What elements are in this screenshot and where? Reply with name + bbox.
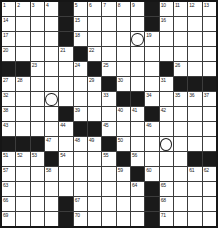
cell-r11c0[interactable]: 57: [2, 167, 15, 181]
clue-number-6: 6: [89, 2, 91, 8]
clue-number-70: 70: [75, 212, 80, 218]
cell-r3c7[interactable]: [102, 47, 115, 61]
cell-r14c2[interactable]: [31, 212, 44, 226]
cell-r3c11[interactable]: [160, 47, 173, 61]
black-cell-r9c1: [16, 137, 29, 151]
black-cell-r5c7: [102, 77, 115, 91]
cell-r11c14[interactable]: 62: [203, 167, 216, 181]
cell-r2c9[interactable]: [131, 32, 144, 46]
cell-r10c4[interactable]: 54: [59, 152, 72, 166]
cell-r6c6[interactable]: [88, 92, 101, 106]
cell-r0c1[interactable]: 2: [16, 2, 29, 16]
black-cell-r5c13: [188, 77, 201, 91]
cell-r3c6[interactable]: 22: [88, 47, 101, 61]
clue-number-69: 69: [3, 212, 8, 218]
clue-number-4: 4: [46, 2, 48, 8]
cell-r11c3[interactable]: 58: [45, 167, 58, 181]
cell-r0c8[interactable]: 8: [117, 2, 130, 16]
cell-r9c12[interactable]: [174, 137, 187, 151]
black-cell-r0c4: [59, 2, 72, 16]
clue-number-61: 61: [189, 167, 194, 173]
cell-r2c5[interactable]: 18: [74, 32, 87, 46]
clue-number-59: 59: [118, 167, 123, 173]
cell-r9c10[interactable]: [145, 137, 158, 151]
cell-r8c3[interactable]: [45, 122, 58, 136]
cell-r9c13[interactable]: [188, 137, 201, 151]
clue-number-56: 56: [132, 152, 137, 158]
clue-number-38: 38: [3, 107, 8, 113]
black-cell-r10c13: [188, 152, 201, 166]
cell-r14c8[interactable]: [117, 212, 130, 226]
cell-r7c13[interactable]: [188, 107, 201, 121]
cell-r6c7[interactable]: 33: [102, 92, 115, 106]
cell-r1c0[interactable]: 14: [2, 17, 15, 31]
clue-number-66: 66: [3, 197, 8, 203]
cell-r10c5[interactable]: [74, 152, 87, 166]
cell-r3c9[interactable]: [131, 47, 144, 61]
cell-r9c8[interactable]: 50: [117, 137, 130, 151]
cell-r7c12[interactable]: [174, 107, 187, 121]
cell-r7c3[interactable]: [45, 107, 58, 121]
clue-number-3: 3: [32, 2, 34, 8]
cell-r7c9[interactable]: 41: [131, 107, 144, 121]
cell-r1c2[interactable]: [31, 17, 44, 31]
clue-number-43: 43: [3, 122, 8, 128]
cell-r8c4[interactable]: 44: [59, 122, 72, 136]
cell-r14c0[interactable]: 69: [2, 212, 15, 226]
cell-r11c12[interactable]: [174, 167, 187, 181]
clue-number-1: 1: [3, 2, 5, 8]
cell-r3c13[interactable]: [188, 47, 201, 61]
cell-r14c11[interactable]: 71: [160, 212, 173, 226]
clue-number-30: 30: [118, 77, 123, 83]
cell-r11c13[interactable]: 61: [188, 167, 201, 181]
cell-r14c12[interactable]: [174, 212, 187, 226]
black-cell-r7c4: [59, 107, 72, 121]
cell-r13c11[interactable]: 68: [160, 197, 173, 211]
cell-r0c13[interactable]: 12: [188, 2, 201, 16]
clue-number-12: 12: [189, 2, 194, 8]
cell-r11c1[interactable]: [16, 167, 29, 181]
black-cell-r5c14: [203, 77, 216, 91]
clue-number-60: 60: [146, 167, 151, 173]
cell-r5c2[interactable]: [31, 77, 44, 91]
cell-r12c2[interactable]: [31, 182, 44, 196]
black-cell-r12c10: [145, 182, 158, 196]
clue-number-14: 14: [3, 17, 8, 23]
cell-r0c2[interactable]: 3: [31, 2, 44, 16]
cell-r7c0[interactable]: 38: [2, 107, 15, 121]
cell-r11c10[interactable]: 60: [145, 167, 158, 181]
clue-number-58: 58: [46, 167, 51, 173]
clue-number-16: 16: [161, 17, 166, 23]
cell-r2c13[interactable]: [188, 32, 201, 46]
cell-r10c2[interactable]: 53: [31, 152, 44, 166]
cell-r4c14[interactable]: [203, 62, 216, 76]
cell-r13c5[interactable]: 67: [74, 197, 87, 211]
cell-r14c1[interactable]: [16, 212, 29, 226]
cell-r7c6[interactable]: [88, 107, 101, 121]
clue-number-47: 47: [46, 137, 51, 143]
cell-r10c10[interactable]: [145, 152, 158, 166]
cell-r10c6[interactable]: [88, 152, 101, 166]
black-cell-r7c10: [145, 107, 158, 121]
cell-r0c7[interactable]: 7: [102, 2, 115, 16]
cell-r8c13[interactable]: [188, 122, 201, 136]
clue-number-18: 18: [75, 32, 80, 38]
cell-r2c7[interactable]: [102, 32, 115, 46]
clue-number-71: 71: [161, 212, 166, 218]
black-cell-r4c11: [160, 62, 173, 76]
cell-r3c3[interactable]: [45, 47, 58, 61]
cell-r6c2[interactable]: [31, 92, 44, 106]
clue-number-23: 23: [32, 62, 37, 68]
cell-r3c1[interactable]: [16, 47, 29, 61]
clue-number-68: 68: [161, 197, 166, 203]
black-cell-r4c1: [16, 62, 29, 76]
black-cell-r4c6: [88, 62, 101, 76]
clue-number-65: 65: [161, 182, 166, 188]
cell-r5c11[interactable]: 31: [160, 77, 173, 91]
clue-number-28: 28: [17, 77, 22, 83]
clue-number-55: 55: [103, 152, 108, 158]
cell-r3c10[interactable]: [145, 47, 158, 61]
cell-r13c13[interactable]: [188, 197, 201, 211]
clue-number-29: 29: [89, 77, 94, 83]
cell-r8c11[interactable]: [160, 122, 173, 136]
cell-r14c5[interactable]: 70: [74, 212, 87, 226]
cell-r0c14[interactable]: 13: [203, 2, 216, 16]
cell-r1c12[interactable]: [174, 17, 187, 31]
cell-r12c4[interactable]: [59, 182, 72, 196]
cell-r0c3[interactable]: 4: [45, 2, 58, 16]
cell-r2c12[interactable]: [174, 32, 187, 46]
cell-r1c9[interactable]: [131, 17, 144, 31]
black-cell-r9c0: [2, 137, 15, 151]
clue-number-50: 50: [118, 137, 123, 143]
clue-number-44: 44: [60, 122, 65, 128]
cell-r12c0[interactable]: 63: [2, 182, 15, 196]
cell-r12c7[interactable]: [102, 182, 115, 196]
cell-r4c10[interactable]: [145, 62, 158, 76]
cell-r11c6[interactable]: [88, 167, 101, 181]
cell-r13c7[interactable]: [102, 197, 115, 211]
cell-r7c11[interactable]: 42: [160, 107, 173, 121]
cell-r2c14[interactable]: [203, 32, 216, 46]
cell-r7c8[interactable]: 40: [117, 107, 130, 121]
cell-r12c6[interactable]: [88, 182, 101, 196]
cell-r8c1[interactable]: [16, 122, 29, 136]
cell-r2c3[interactable]: [45, 32, 58, 46]
black-cell-r10c3: [45, 152, 58, 166]
black-cell-r9c2: [31, 137, 44, 151]
cell-r5c3[interactable]: [45, 77, 58, 91]
cell-r3c2[interactable]: [31, 47, 44, 61]
cell-r8c7[interactable]: 45: [102, 122, 115, 136]
cell-r0c5[interactable]: 5: [74, 2, 87, 16]
cell-r7c2[interactable]: [31, 107, 44, 121]
cell-r5c0[interactable]: 27: [2, 77, 15, 91]
crossword-grid: 1234567891011121314151617181920212223242…: [0, 0, 218, 228]
cell-r9c9[interactable]: [131, 137, 144, 151]
cell-r7c7[interactable]: [102, 107, 115, 121]
cell-r4c7[interactable]: 25: [102, 62, 115, 76]
cell-r6c12[interactable]: 35: [174, 92, 187, 106]
cell-r3c14[interactable]: [203, 47, 216, 61]
clue-number-41: 41: [132, 107, 137, 113]
cell-r1c1[interactable]: [16, 17, 29, 31]
cell-r1c7[interactable]: [102, 17, 115, 31]
cell-r0c12[interactable]: 11: [174, 2, 187, 16]
clue-number-42: 42: [161, 107, 166, 113]
cell-r14c6[interactable]: [88, 212, 101, 226]
cell-r13c2[interactable]: [31, 197, 44, 211]
clue-number-26: 26: [175, 62, 180, 68]
cell-r11c2[interactable]: [31, 167, 44, 181]
cell-r4c13[interactable]: [188, 62, 201, 76]
clue-number-35: 35: [175, 92, 180, 98]
cell-r13c1[interactable]: [16, 197, 29, 211]
clue-number-7: 7: [103, 2, 105, 8]
cell-r12c13[interactable]: [188, 182, 201, 196]
black-cell-r11c9: [131, 167, 144, 181]
black-cell-r14c4: [59, 212, 72, 226]
cell-r5c4[interactable]: [59, 77, 72, 91]
cell-r8c12[interactable]: [174, 122, 187, 136]
cell-r9c14[interactable]: [203, 137, 216, 151]
black-cell-r14c10: [145, 212, 158, 226]
clue-number-64: 64: [132, 182, 137, 188]
cell-r1c5[interactable]: 15: [74, 17, 87, 31]
cell-r5c8[interactable]: 30: [117, 77, 130, 91]
cell-r1c11[interactable]: 16: [160, 17, 173, 31]
crossword-board: 1234567891011121314151617181920212223242…: [0, 0, 218, 228]
clue-number-2: 2: [17, 2, 19, 8]
cell-r14c9[interactable]: [131, 212, 144, 226]
cell-r8c8[interactable]: [117, 122, 130, 136]
clue-number-52: 52: [17, 152, 22, 158]
cell-r7c14[interactable]: [203, 107, 216, 121]
black-cell-r13c4: [59, 197, 72, 211]
clue-number-20: 20: [3, 47, 8, 53]
cell-r12c5[interactable]: [74, 182, 87, 196]
cell-r9c5[interactable]: 48: [74, 137, 87, 151]
clue-number-31: 31: [161, 77, 166, 83]
clue-number-53: 53: [32, 152, 37, 158]
cell-r13c14[interactable]: [203, 197, 216, 211]
black-cell-r1c4: [59, 17, 72, 31]
cell-r8c0[interactable]: 43: [2, 122, 15, 136]
cell-r2c10[interactable]: 19: [145, 32, 158, 46]
cell-r12c11[interactable]: 65: [160, 182, 173, 196]
cell-r6c13[interactable]: 36: [188, 92, 201, 106]
clue-number-17: 17: [3, 32, 8, 38]
cell-r5c5[interactable]: [74, 77, 87, 91]
cell-r11c11[interactable]: [160, 167, 173, 181]
cell-r14c3[interactable]: [45, 212, 58, 226]
cell-r11c8[interactable]: 59: [117, 167, 130, 181]
cell-r6c10[interactable]: 34: [145, 92, 158, 106]
cell-r4c12[interactable]: 26: [174, 62, 187, 76]
clue-number-46: 46: [146, 122, 151, 128]
cell-r6c0[interactable]: 32: [2, 92, 15, 106]
cell-r13c3[interactable]: [45, 197, 58, 211]
clue-number-62: 62: [204, 167, 209, 173]
clue-number-49: 49: [89, 137, 94, 143]
clue-number-27: 27: [3, 77, 8, 83]
cell-r6c4[interactable]: [59, 92, 72, 106]
cell-r3c12[interactable]: [174, 47, 187, 61]
cell-r8c10[interactable]: 46: [145, 122, 158, 136]
cell-r4c3[interactable]: [45, 62, 58, 76]
cell-r10c0[interactable]: 51: [2, 152, 15, 166]
black-cell-r0c10: [145, 2, 158, 16]
black-cell-r3c5: [74, 47, 87, 61]
cell-r6c5[interactable]: [74, 92, 87, 106]
cell-r14c7[interactable]: [102, 212, 115, 226]
cell-r5c1[interactable]: 28: [16, 77, 29, 91]
clue-number-21: 21: [60, 47, 65, 53]
cell-r3c4[interactable]: 21: [59, 47, 72, 61]
cell-r9c3[interactable]: 47: [45, 137, 58, 151]
cell-r9c4[interactable]: [59, 137, 72, 151]
black-cell-r4c0: [2, 62, 15, 76]
cell-r2c2[interactable]: [31, 32, 44, 46]
cell-r3c8[interactable]: [117, 47, 130, 61]
cell-r2c11[interactable]: [160, 32, 173, 46]
cell-r4c9[interactable]: [131, 62, 144, 76]
black-cell-r10c14: [203, 152, 216, 166]
clue-number-39: 39: [75, 107, 80, 113]
cell-r2c1[interactable]: [16, 32, 29, 46]
cell-r6c1[interactable]: [16, 92, 29, 106]
clue-number-13: 13: [204, 2, 209, 8]
clue-number-67: 67: [75, 197, 80, 203]
cell-r0c9[interactable]: 9: [131, 2, 144, 16]
cell-r4c5[interactable]: 24: [74, 62, 87, 76]
cell-r2c0[interactable]: 17: [2, 32, 15, 46]
clue-number-22: 22: [89, 47, 94, 53]
clue-number-45: 45: [103, 122, 108, 128]
cell-r12c9[interactable]: 64: [131, 182, 144, 196]
cell-r8c14[interactable]: [203, 122, 216, 136]
cell-r0c0[interactable]: 1: [2, 2, 15, 16]
cell-r13c0[interactable]: 66: [2, 197, 15, 211]
cell-r13c8[interactable]: [117, 197, 130, 211]
cell-r6c14[interactable]: 37: [203, 92, 216, 106]
cell-r8c2[interactable]: [31, 122, 44, 136]
cell-r8c9[interactable]: [131, 122, 144, 136]
clue-number-48: 48: [75, 137, 80, 143]
cell-r4c2[interactable]: 23: [31, 62, 44, 76]
cell-r0c11[interactable]: 10: [160, 2, 173, 16]
cell-r7c5[interactable]: 39: [74, 107, 87, 121]
clue-number-15: 15: [75, 17, 80, 23]
clue-number-37: 37: [204, 92, 209, 98]
black-cell-r1c10: [145, 17, 158, 31]
clue-number-40: 40: [118, 107, 123, 113]
cell-r5c9[interactable]: [131, 77, 144, 91]
cell-r9c6[interactable]: 49: [88, 137, 101, 151]
black-cell-r9c7: [102, 137, 115, 151]
cell-r13c6[interactable]: [88, 197, 101, 211]
clue-number-19: 19: [146, 32, 151, 38]
cell-r10c9[interactable]: 56: [131, 152, 144, 166]
cell-r12c12[interactable]: [174, 182, 187, 196]
black-cell-r8c6: [88, 122, 101, 136]
cell-r5c6[interactable]: 29: [88, 77, 101, 91]
cell-r5c10[interactable]: [145, 77, 158, 91]
clue-number-36: 36: [189, 92, 194, 98]
cell-r12c3[interactable]: [45, 182, 58, 196]
clue-number-63: 63: [3, 182, 8, 188]
cell-r6c11[interactable]: [160, 92, 173, 106]
black-cell-r6c9: [131, 92, 144, 106]
clue-number-54: 54: [60, 152, 65, 158]
cell-r0c6[interactable]: 6: [88, 2, 101, 16]
cell-r13c9[interactable]: [131, 197, 144, 211]
clue-number-32: 32: [3, 92, 8, 98]
cell-r12c14[interactable]: [203, 182, 216, 196]
clue-number-33: 33: [103, 92, 108, 98]
clue-number-10: 10: [161, 2, 166, 8]
cell-r4c4[interactable]: [59, 62, 72, 76]
cell-r10c7[interactable]: 55: [102, 152, 115, 166]
cell-r10c1[interactable]: 52: [16, 152, 29, 166]
cell-r11c4[interactable]: [59, 167, 72, 181]
cell-r9c11[interactable]: [160, 137, 173, 151]
cell-r11c7[interactable]: [102, 167, 115, 181]
clue-number-9: 9: [132, 2, 134, 8]
clue-number-24: 24: [75, 62, 80, 68]
cell-r1c13[interactable]: [188, 17, 201, 31]
clue-number-34: 34: [146, 92, 151, 98]
black-cell-r8c5: [74, 122, 87, 136]
clue-number-5: 5: [75, 2, 77, 8]
cell-r14c14[interactable]: [203, 212, 216, 226]
cell-r1c8[interactable]: [117, 17, 130, 31]
cell-r12c1[interactable]: [16, 182, 29, 196]
cell-r12c8[interactable]: [117, 182, 130, 196]
cell-r2c8[interactable]: [117, 32, 130, 46]
cell-r14c13[interactable]: [188, 212, 201, 226]
cell-r10c11[interactable]: [160, 152, 173, 166]
cell-r6c3[interactable]: [45, 92, 58, 106]
clue-number-11: 11: [175, 2, 180, 8]
cell-r1c14[interactable]: [203, 17, 216, 31]
cell-r7c1[interactable]: [16, 107, 29, 121]
black-cell-r5c12: [174, 77, 187, 91]
cell-r1c3[interactable]: [45, 17, 58, 31]
clue-number-25: 25: [103, 62, 108, 68]
cell-r10c12[interactable]: [174, 152, 187, 166]
cell-r11c5[interactable]: [74, 167, 87, 181]
cell-r2c6[interactable]: [88, 32, 101, 46]
cell-r3c0[interactable]: 20: [2, 47, 15, 61]
cell-r1c6[interactable]: [88, 17, 101, 31]
clue-number-57: 57: [3, 167, 8, 173]
cell-r13c12[interactable]: [174, 197, 187, 211]
clue-number-51: 51: [3, 152, 8, 158]
black-cell-r2c4: [59, 32, 72, 46]
cell-r4c8[interactable]: [117, 62, 130, 76]
black-cell-r10c8: [117, 152, 130, 166]
clue-number-8: 8: [118, 2, 120, 8]
black-cell-r6c8: [117, 92, 130, 106]
black-cell-r13c10: [145, 197, 158, 211]
